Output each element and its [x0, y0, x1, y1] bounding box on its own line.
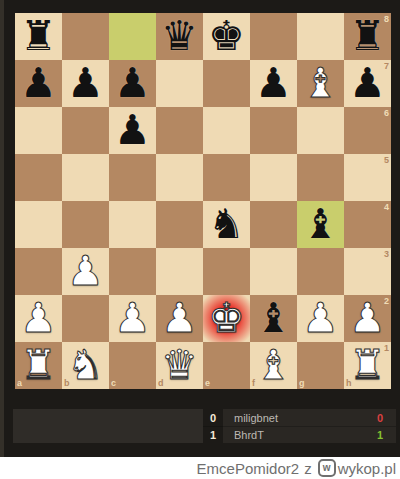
square-a3[interactable]	[15, 248, 62, 295]
square-f4[interactable]	[250, 201, 297, 248]
wykop-logo-icon[interactable]: w	[318, 459, 336, 477]
piece-white-king: ♚	[203, 295, 250, 342]
piece-black-pawn: ♟	[15, 60, 62, 107]
round-index: 1	[203, 426, 223, 443]
square-h7[interactable]: 7♟	[344, 60, 391, 107]
square-h3[interactable]: 3	[344, 248, 391, 295]
rank-label-6: 6	[384, 108, 389, 118]
piece-white-bishop: ♝	[250, 342, 297, 389]
round-index-column: 0 1	[203, 409, 223, 443]
watermark-bar: EmcePomidor2 z w wykop.pl	[0, 457, 400, 479]
rank-label-7: 7	[384, 61, 389, 71]
rank-label-4: 4	[384, 202, 389, 212]
player-score: 1	[377, 429, 383, 441]
square-g5[interactable]	[297, 154, 344, 201]
score-panel-spacer	[13, 409, 203, 443]
file-label-h: h	[346, 378, 352, 388]
player-row[interactable]: BhrdT 1	[223, 426, 396, 443]
score-panel: 0 1 miligbnet 0 BhrdT 1	[13, 409, 396, 443]
square-a1[interactable]: a♜	[15, 342, 62, 389]
square-c4[interactable]	[109, 201, 156, 248]
square-d7[interactable]	[156, 60, 203, 107]
square-e3[interactable]	[203, 248, 250, 295]
file-label-b: b	[64, 378, 70, 388]
player-name: miligbnet	[234, 412, 278, 424]
player-name: BhrdT	[234, 429, 264, 441]
piece-black-rook: ♜	[15, 13, 62, 60]
square-d8[interactable]: ♛	[156, 13, 203, 60]
square-a8[interactable]: ♜	[15, 13, 62, 60]
square-d5[interactable]	[156, 154, 203, 201]
square-g1[interactable]: g	[297, 342, 344, 389]
square-d2[interactable]: ♟	[156, 295, 203, 342]
piece-white-pawn: ♟	[15, 295, 62, 342]
square-b5[interactable]	[62, 154, 109, 201]
square-f7[interactable]: ♟	[250, 60, 297, 107]
square-g8[interactable]	[297, 13, 344, 60]
left-edge-strip	[0, 0, 4, 457]
piece-black-pawn: ♟	[109, 60, 156, 107]
square-c2[interactable]: ♟	[109, 295, 156, 342]
square-e6[interactable]	[203, 107, 250, 154]
rank-label-5: 5	[384, 155, 389, 165]
piece-white-pawn: ♟	[109, 295, 156, 342]
round-index: 0	[203, 409, 223, 426]
rank-label-2: 2	[384, 296, 389, 306]
square-h5[interactable]: 5	[344, 154, 391, 201]
square-g6[interactable]	[297, 107, 344, 154]
piece-white-pawn: ♟	[297, 295, 344, 342]
player-score: 0	[377, 412, 383, 424]
chess-board: ♜♛♚8♜♟♟♟♟♝7♟♟65♞♝4♟3♟♟♟♚♝♟2♟a♜b♞cd♛ef♝gh…	[15, 13, 391, 389]
square-h2[interactable]: 2♟	[344, 295, 391, 342]
square-d6[interactable]	[156, 107, 203, 154]
piece-black-knight: ♞	[203, 201, 250, 248]
piece-white-rook: ♜	[15, 342, 62, 389]
square-e7[interactable]	[203, 60, 250, 107]
rank-label-3: 3	[384, 249, 389, 259]
piece-black-pawn: ♟	[250, 60, 297, 107]
square-e2[interactable]: ♚	[203, 295, 250, 342]
watermark-credit: EmcePomidor2	[197, 460, 300, 477]
square-a4[interactable]	[15, 201, 62, 248]
square-h4[interactable]: 4	[344, 201, 391, 248]
player-list: miligbnet 0 BhrdT 1	[223, 409, 396, 443]
square-b4[interactable]	[62, 201, 109, 248]
file-label-c: c	[111, 378, 116, 388]
square-f8[interactable]	[250, 13, 297, 60]
piece-black-pawn: ♟	[62, 60, 109, 107]
piece-black-bishop: ♝	[297, 201, 344, 248]
square-g3[interactable]	[297, 248, 344, 295]
square-a7[interactable]: ♟	[15, 60, 62, 107]
square-f6[interactable]	[250, 107, 297, 154]
piece-black-pawn: ♟	[109, 107, 156, 154]
square-e1[interactable]: e	[203, 342, 250, 389]
square-a2[interactable]: ♟	[15, 295, 62, 342]
square-h1[interactable]: h1♜	[344, 342, 391, 389]
square-b7[interactable]: ♟	[62, 60, 109, 107]
square-c7[interactable]: ♟	[109, 60, 156, 107]
file-label-d: d	[158, 378, 164, 388]
square-g2[interactable]: ♟	[297, 295, 344, 342]
piece-white-bishop: ♝	[297, 60, 344, 107]
file-label-g: g	[299, 378, 305, 388]
player-row[interactable]: miligbnet 0	[223, 409, 396, 426]
square-c1[interactable]: c	[109, 342, 156, 389]
square-d4[interactable]	[156, 201, 203, 248]
square-b8[interactable]	[62, 13, 109, 60]
square-c5[interactable]	[109, 154, 156, 201]
square-c8[interactable]	[109, 13, 156, 60]
square-g4[interactable]: ♝	[297, 201, 344, 248]
square-e4[interactable]: ♞	[203, 201, 250, 248]
piece-black-king: ♚	[203, 13, 250, 60]
square-e5[interactable]	[203, 154, 250, 201]
square-f5[interactable]	[250, 154, 297, 201]
piece-white-pawn: ♟	[156, 295, 203, 342]
file-label-e: e	[205, 378, 210, 388]
square-f3[interactable]	[250, 248, 297, 295]
square-f2[interactable]: ♝	[250, 295, 297, 342]
square-b3[interactable]: ♟	[62, 248, 109, 295]
square-b6[interactable]	[62, 107, 109, 154]
watermark-site-link[interactable]: wykop.pl	[338, 460, 396, 477]
square-g7[interactable]: ♝	[297, 60, 344, 107]
rank-label-8: 8	[384, 14, 389, 24]
piece-white-pawn: ♟	[62, 248, 109, 295]
square-f1[interactable]: f♝	[250, 342, 297, 389]
square-a6[interactable]	[15, 107, 62, 154]
rank-label-1: 1	[384, 343, 389, 353]
square-b1[interactable]: b♞	[62, 342, 109, 389]
square-e8[interactable]: ♚	[203, 13, 250, 60]
piece-black-bishop: ♝	[250, 295, 297, 342]
square-d3[interactable]	[156, 248, 203, 295]
file-label-f: f	[252, 378, 255, 388]
square-a5[interactable]	[15, 154, 62, 201]
square-h6[interactable]: 6	[344, 107, 391, 154]
square-d1[interactable]: d♛	[156, 342, 203, 389]
square-h8[interactable]: 8♜	[344, 13, 391, 60]
square-c6[interactable]: ♟	[109, 107, 156, 154]
piece-black-queen: ♛	[156, 13, 203, 60]
watermark-connector: z	[304, 460, 312, 477]
square-c3[interactable]	[109, 248, 156, 295]
square-b2[interactable]	[62, 295, 109, 342]
file-label-a: a	[17, 378, 22, 388]
